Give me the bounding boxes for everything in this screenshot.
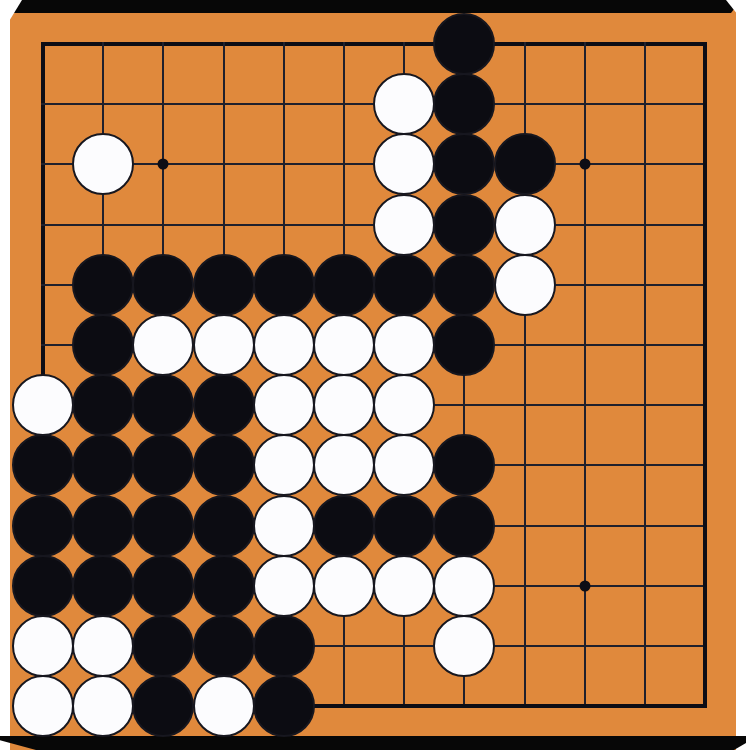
black-stone [72,254,134,316]
black-stone [193,615,255,677]
white-stone [373,194,435,256]
black-stone [193,555,255,617]
black-stone [193,374,255,436]
black-stone [132,555,194,617]
white-stone [253,555,315,617]
white-stone [373,133,435,195]
black-stone [132,254,194,316]
black-stone [433,495,495,557]
white-stone [72,675,134,737]
white-stone [313,314,375,376]
white-stone [253,314,315,376]
black-stone [433,133,495,195]
white-stone [72,133,134,195]
black-stone [132,434,194,496]
black-stone [12,434,74,496]
grid-line-vertical [703,42,707,708]
white-stone [373,555,435,617]
white-stone [313,555,375,617]
black-stone [132,615,194,677]
white-stone [193,675,255,737]
black-stone [132,495,194,557]
black-stone [253,615,315,677]
white-stone [373,314,435,376]
go-board [0,0,750,750]
white-stone [494,194,556,256]
white-stone [494,254,556,316]
black-stone [433,13,495,75]
white-stone [433,615,495,677]
star-point [579,580,590,591]
black-stone [253,675,315,737]
black-stone [193,254,255,316]
black-stone [253,254,315,316]
black-stone [433,314,495,376]
grid-line-vertical [584,42,586,708]
white-stone [12,675,74,737]
white-stone [72,615,134,677]
black-stone [313,254,375,316]
white-stone [253,495,315,557]
star-point [158,159,169,170]
white-stone [313,374,375,436]
white-stone [373,434,435,496]
black-stone [313,495,375,557]
white-stone [193,314,255,376]
black-stone [72,314,134,376]
black-stone [193,495,255,557]
white-stone [373,73,435,135]
white-stone [12,615,74,677]
black-stone [72,555,134,617]
black-stone [193,434,255,496]
grid-line-horizontal [41,42,707,46]
white-stone [373,374,435,436]
black-stone [72,495,134,557]
black-stone [494,133,556,195]
black-stone [132,675,194,737]
black-stone [433,254,495,316]
black-stone [433,434,495,496]
black-stone [72,374,134,436]
black-stone [433,73,495,135]
white-stone [132,314,194,376]
scanned-go-diagram [0,0,750,750]
black-stone [132,374,194,436]
black-stone [373,254,435,316]
black-stone [433,194,495,256]
star-point [579,159,590,170]
black-stone [373,495,435,557]
white-stone [253,434,315,496]
grid-line-vertical [644,42,646,708]
white-stone [12,374,74,436]
white-stone [313,434,375,496]
white-stone [433,555,495,617]
black-stone [72,434,134,496]
black-stone [12,555,74,617]
black-stone [12,495,74,557]
white-stone [253,374,315,436]
